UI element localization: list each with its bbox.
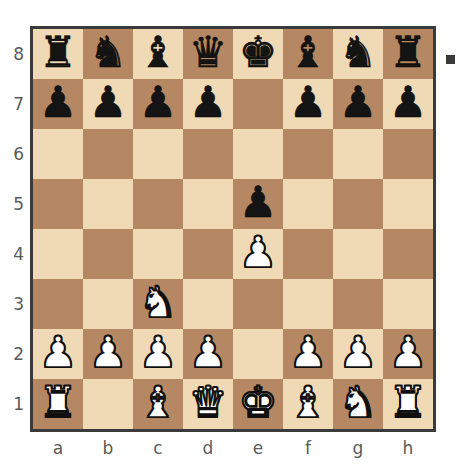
rank-label-2: 2: [0, 329, 24, 379]
square-a5[interactable]: [33, 179, 83, 229]
piece-white-pawn[interactable]: ♟: [389, 327, 428, 377]
square-g2[interactable]: ♟: [333, 329, 383, 379]
square-h1[interactable]: ♜: [383, 379, 433, 429]
square-d1[interactable]: ♛: [183, 379, 233, 429]
piece-white-pawn[interactable]: ♟: [239, 227, 278, 277]
square-b5[interactable]: [83, 179, 133, 229]
piece-black-queen[interactable]: ♛: [189, 27, 228, 77]
file-label-c: c: [133, 436, 183, 460]
piece-black-knight[interactable]: ♞: [89, 27, 128, 77]
piece-white-pawn[interactable]: ♟: [89, 327, 128, 377]
square-d7[interactable]: ♟: [183, 79, 233, 129]
square-f6[interactable]: [283, 129, 333, 179]
square-e4[interactable]: ♟: [233, 229, 283, 279]
square-h2[interactable]: ♟: [383, 329, 433, 379]
square-c5[interactable]: [133, 179, 183, 229]
chess-board[interactable]: ♜♞♝♛♚♝♞♜♟♟♟♟♟♟♟♟♟♞♟♟♟♟♟♟♟♜♝♛♚♝♞♜: [30, 26, 436, 432]
piece-white-pawn[interactable]: ♟: [139, 327, 178, 377]
square-f4[interactable]: [283, 229, 333, 279]
piece-black-pawn[interactable]: ♟: [339, 77, 378, 127]
square-e1[interactable]: ♚: [233, 379, 283, 429]
piece-black-pawn[interactable]: ♟: [139, 77, 178, 127]
square-e7[interactable]: [233, 79, 283, 129]
square-h3[interactable]: [383, 279, 433, 329]
square-h8[interactable]: ♜: [383, 29, 433, 79]
square-g8[interactable]: ♞: [333, 29, 383, 79]
square-e8[interactable]: ♚: [233, 29, 283, 79]
square-h5[interactable]: [383, 179, 433, 229]
square-b6[interactable]: [83, 129, 133, 179]
square-f1[interactable]: ♝: [283, 379, 333, 429]
square-g3[interactable]: [333, 279, 383, 329]
file-label-b: b: [83, 436, 133, 460]
piece-white-pawn[interactable]: ♟: [289, 327, 328, 377]
square-f7[interactable]: ♟: [283, 79, 333, 129]
square-b7[interactable]: ♟: [83, 79, 133, 129]
square-d5[interactable]: [183, 179, 233, 229]
file-label-h: h: [383, 436, 433, 460]
square-g4[interactable]: [333, 229, 383, 279]
piece-black-king[interactable]: ♚: [239, 27, 278, 77]
file-label-f: f: [283, 436, 333, 460]
square-g1[interactable]: ♞: [333, 379, 383, 429]
piece-black-pawn[interactable]: ♟: [89, 77, 128, 127]
square-g7[interactable]: ♟: [333, 79, 383, 129]
rank-label-5: 5: [0, 179, 24, 229]
square-e5[interactable]: ♟: [233, 179, 283, 229]
square-g5[interactable]: [333, 179, 383, 229]
square-c8[interactable]: ♝: [133, 29, 183, 79]
square-e3[interactable]: [233, 279, 283, 329]
square-a7[interactable]: ♟: [33, 79, 83, 129]
rank-label-7: 7: [0, 79, 24, 129]
rank-label-6: 6: [0, 129, 24, 179]
square-a6[interactable]: [33, 129, 83, 179]
square-a8[interactable]: ♜: [33, 29, 83, 79]
file-label-a: a: [33, 436, 83, 460]
square-f2[interactable]: ♟: [283, 329, 333, 379]
square-a4[interactable]: [33, 229, 83, 279]
piece-black-pawn[interactable]: ♟: [39, 77, 78, 127]
file-label-d: d: [183, 436, 233, 460]
square-d2[interactable]: ♟: [183, 329, 233, 379]
square-b2[interactable]: ♟: [83, 329, 133, 379]
square-d3[interactable]: [183, 279, 233, 329]
piece-white-king[interactable]: ♚: [239, 377, 278, 427]
square-d8[interactable]: ♛: [183, 29, 233, 79]
square-h6[interactable]: [383, 129, 433, 179]
square-c7[interactable]: ♟: [133, 79, 183, 129]
rank-label-1: 1: [0, 379, 24, 429]
square-e6[interactable]: [233, 129, 283, 179]
square-b8[interactable]: ♞: [83, 29, 133, 79]
square-f8[interactable]: ♝: [283, 29, 333, 79]
square-d4[interactable]: [183, 229, 233, 279]
square-d6[interactable]: [183, 129, 233, 179]
file-label-e: e: [233, 436, 283, 460]
square-a1[interactable]: ♜: [33, 379, 83, 429]
piece-white-pawn[interactable]: ♟: [189, 327, 228, 377]
piece-black-pawn[interactable]: ♟: [239, 177, 278, 227]
piece-white-rook[interactable]: ♜: [389, 377, 428, 427]
rank-label-8: 8: [0, 29, 24, 79]
square-e2[interactable]: [233, 329, 283, 379]
piece-black-bishop[interactable]: ♝: [139, 27, 178, 77]
square-a3[interactable]: [33, 279, 83, 329]
piece-black-pawn[interactable]: ♟: [189, 77, 228, 127]
side-to-move-indicator: [446, 55, 455, 64]
square-b1[interactable]: [83, 379, 133, 429]
square-h4[interactable]: [383, 229, 433, 279]
piece-white-bishop[interactable]: ♝: [289, 377, 328, 427]
square-c3[interactable]: ♞: [133, 279, 183, 329]
square-a2[interactable]: ♟: [33, 329, 83, 379]
square-c2[interactable]: ♟: [133, 329, 183, 379]
square-f5[interactable]: [283, 179, 333, 229]
piece-white-knight[interactable]: ♞: [139, 277, 178, 327]
rank-label-4: 4: [0, 229, 24, 279]
piece-white-knight[interactable]: ♞: [339, 377, 378, 427]
chess-app: ♜♞♝♛♚♝♞♜♟♟♟♟♟♟♟♟♟♞♟♟♟♟♟♟♟♜♝♛♚♝♞♜ 8765432…: [0, 0, 464, 464]
file-label-g: g: [333, 436, 383, 460]
square-f3[interactable]: [283, 279, 333, 329]
piece-white-pawn[interactable]: ♟: [39, 327, 78, 377]
rank-label-3: 3: [0, 279, 24, 329]
piece-black-knight[interactable]: ♞: [339, 27, 378, 77]
piece-black-rook[interactable]: ♜: [39, 27, 78, 77]
square-c6[interactable]: [133, 129, 183, 179]
piece-black-pawn[interactable]: ♟: [289, 77, 328, 127]
square-b3[interactable]: [83, 279, 133, 329]
piece-white-rook[interactable]: ♜: [39, 377, 78, 427]
piece-black-pawn[interactable]: ♟: [389, 77, 428, 127]
square-c4[interactable]: [133, 229, 183, 279]
piece-black-bishop[interactable]: ♝: [289, 27, 328, 77]
piece-white-pawn[interactable]: ♟: [339, 327, 378, 377]
square-b4[interactable]: [83, 229, 133, 279]
square-c1[interactable]: ♝: [133, 379, 183, 429]
piece-white-bishop[interactable]: ♝: [139, 377, 178, 427]
piece-white-queen[interactable]: ♛: [189, 377, 228, 427]
square-g6[interactable]: [333, 129, 383, 179]
piece-black-rook[interactable]: ♜: [389, 27, 428, 77]
square-h7[interactable]: ♟: [383, 79, 433, 129]
